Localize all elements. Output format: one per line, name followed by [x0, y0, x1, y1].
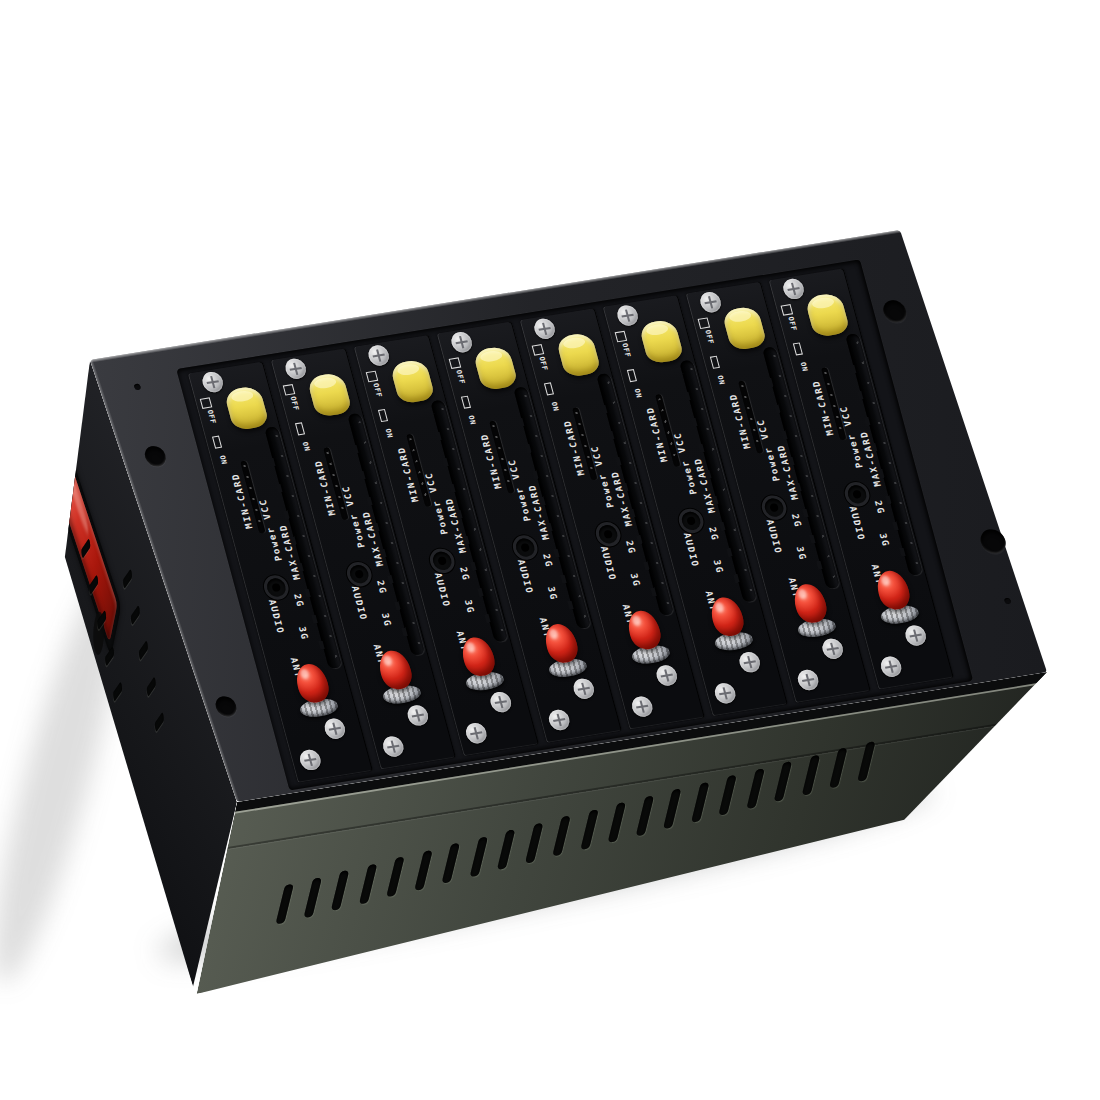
- off-symbol-icon: [200, 397, 213, 409]
- mode-3g-label: 3G: [546, 586, 559, 601]
- screw-icon: [630, 695, 655, 718]
- vent-slot: [154, 712, 164, 733]
- screw-icon: [781, 277, 806, 300]
- on-label: ON: [550, 402, 559, 413]
- vent-slot: [497, 829, 515, 869]
- audio-label: AUDIO: [682, 532, 700, 568]
- mode-2g-label: 2G: [458, 566, 471, 581]
- screw-icon: [381, 735, 406, 758]
- audio-label: AUDIO: [848, 506, 866, 542]
- antenna-connector[interactable]: [619, 608, 673, 666]
- screw-icon: [449, 331, 474, 354]
- antenna-connector[interactable]: [536, 621, 590, 679]
- vent-slot: [718, 775, 736, 815]
- audio-label: AUDIO: [433, 572, 451, 608]
- off-label: OFF: [371, 383, 382, 398]
- off-symbol-icon: [366, 371, 379, 383]
- vent-slot: [105, 645, 115, 666]
- off-symbol-icon: [532, 344, 545, 356]
- vent-slot: [552, 816, 570, 856]
- vent-slot: [414, 850, 432, 890]
- audio-jack[interactable]: [514, 537, 537, 558]
- sim-eject-button[interactable]: [472, 345, 518, 391]
- screw-icon: [654, 664, 679, 687]
- screw-icon: [820, 637, 845, 660]
- audio-jack[interactable]: [597, 524, 620, 545]
- on-symbol-icon: [378, 409, 388, 422]
- sim-eject-button[interactable]: [804, 292, 850, 338]
- off-symbol-icon: [283, 384, 296, 396]
- off-symbol-icon: [615, 331, 628, 343]
- on-label: ON: [633, 388, 642, 399]
- screw-icon: [796, 668, 821, 691]
- screw-icon: [879, 655, 904, 678]
- audio-jack[interactable]: [265, 577, 288, 598]
- mode-2g-label: 2G: [624, 540, 637, 555]
- sim-eject-button[interactable]: [721, 305, 767, 351]
- off-label: OFF: [205, 409, 216, 424]
- off-label: OFF: [454, 369, 465, 384]
- screw-icon: [903, 624, 928, 647]
- mode-3g-label: 3G: [878, 533, 891, 548]
- audio-label: AUDIO: [267, 599, 285, 635]
- vent-slot: [113, 681, 123, 702]
- on-symbol-icon: [544, 382, 554, 395]
- on-symbol-icon: [461, 396, 471, 409]
- antenna-connector[interactable]: [287, 661, 341, 719]
- antenna-connector[interactable]: [453, 634, 507, 692]
- mode-3g-label: 3G: [629, 573, 642, 588]
- on-symbol-icon: [295, 422, 305, 435]
- panel-dimple: [133, 383, 141, 390]
- mounting-hole: [142, 445, 168, 468]
- sim-eject-button[interactable]: [555, 332, 601, 378]
- screw-icon: [405, 704, 430, 727]
- power-switch-bezel: [56, 443, 121, 657]
- mode-2g-label: 2G: [375, 580, 388, 595]
- vent-slot: [131, 604, 141, 625]
- on-label: ON: [301, 442, 310, 453]
- screw-icon: [615, 304, 640, 327]
- screw-icon: [737, 651, 762, 674]
- vent-slot: [147, 676, 157, 697]
- on-label: ON: [467, 415, 476, 426]
- vent-slot: [386, 857, 404, 897]
- screw-icon: [698, 291, 723, 314]
- off-label: OFF: [288, 396, 299, 411]
- power-switch[interactable]: [60, 456, 117, 643]
- screw-icon: [713, 682, 738, 705]
- sim-eject-button[interactable]: [223, 385, 269, 431]
- vent-slot: [123, 568, 133, 589]
- screw-icon: [488, 691, 513, 714]
- audio-jack[interactable]: [431, 550, 454, 571]
- sim-eject-button[interactable]: [389, 359, 435, 405]
- mode-2g-label: 2G: [292, 593, 305, 608]
- mode-3g-label: 3G: [463, 599, 476, 614]
- on-symbol-icon: [627, 369, 637, 382]
- vent-slot: [801, 755, 819, 795]
- audio-label: AUDIO: [599, 546, 617, 582]
- vent-slot: [580, 809, 598, 849]
- vent-slot: [303, 877, 321, 917]
- mode-3g-label: 3G: [297, 626, 310, 641]
- screw-icon: [532, 317, 557, 340]
- audio-label: AUDIO: [516, 559, 534, 595]
- sim-eject-button[interactable]: [306, 372, 352, 418]
- vent-slot: [635, 795, 653, 835]
- vent-slot: [663, 789, 681, 829]
- on-label: ON: [798, 362, 807, 373]
- audio-label: AUDIO: [350, 585, 368, 621]
- mode-2g-label: 2G: [541, 553, 554, 568]
- vent-slot: [469, 836, 487, 876]
- mode-2g-label: 2G: [873, 500, 886, 515]
- antenna-connector[interactable]: [702, 594, 756, 652]
- vent-slot: [359, 863, 377, 903]
- mode-3g-label: 3G: [712, 559, 725, 574]
- off-label: OFF: [703, 329, 714, 344]
- screw-icon: [464, 722, 489, 745]
- vent-slot: [275, 884, 293, 924]
- mounting-hole: [880, 299, 909, 324]
- mode-3g-label: 3G: [795, 546, 808, 561]
- mode-3g-label: 3G: [380, 612, 393, 627]
- off-label: OFF: [620, 343, 631, 358]
- on-label: ON: [218, 455, 227, 466]
- vent-slot: [608, 802, 626, 842]
- screw-icon: [571, 677, 596, 700]
- screw-icon: [366, 344, 391, 367]
- mode-2g-label: 2G: [707, 526, 720, 541]
- off-symbol-icon: [698, 317, 711, 329]
- vent-slot: [746, 768, 764, 808]
- off-symbol-icon: [781, 304, 794, 316]
- off-label: OFF: [537, 356, 548, 371]
- screw-icon: [322, 717, 347, 740]
- on-label: ON: [384, 428, 393, 439]
- panel-dimple: [1004, 597, 1012, 604]
- antenna-connector[interactable]: [868, 568, 922, 626]
- vent-slot: [829, 748, 847, 788]
- sim-eject-button[interactable]: [638, 319, 684, 365]
- off-label: OFF: [786, 316, 797, 331]
- audio-label: AUDIO: [765, 519, 783, 555]
- vent-slot: [691, 782, 709, 822]
- mode-2g-label: 2G: [790, 513, 803, 528]
- antenna-connector[interactable]: [785, 581, 839, 639]
- vent-slot: [139, 640, 149, 661]
- on-symbol-icon: [793, 342, 803, 355]
- antenna-connector[interactable]: [370, 648, 424, 706]
- screw-icon: [547, 708, 572, 731]
- mounting-hole: [977, 528, 1009, 556]
- vent-slot: [442, 843, 460, 883]
- audio-jack[interactable]: [763, 497, 786, 518]
- vent-slot: [525, 823, 543, 863]
- on-label: ON: [716, 375, 725, 386]
- modem-pool-photo: OFF ON MIN-CARD Power VCC MAX-CARD AUDIO…: [0, 0, 1100, 1100]
- audio-jack[interactable]: [348, 564, 371, 585]
- audio-jack[interactable]: [846, 484, 869, 505]
- off-symbol-icon: [449, 357, 462, 369]
- mounting-hole: [213, 695, 239, 718]
- on-symbol-icon: [212, 436, 222, 449]
- on-symbol-icon: [710, 356, 720, 369]
- screw-icon: [283, 357, 308, 380]
- screw-icon: [200, 371, 225, 394]
- vent-slot: [331, 870, 349, 910]
- vent-slot: [774, 761, 792, 801]
- screw-icon: [298, 748, 323, 771]
- audio-jack[interactable]: [680, 510, 703, 531]
